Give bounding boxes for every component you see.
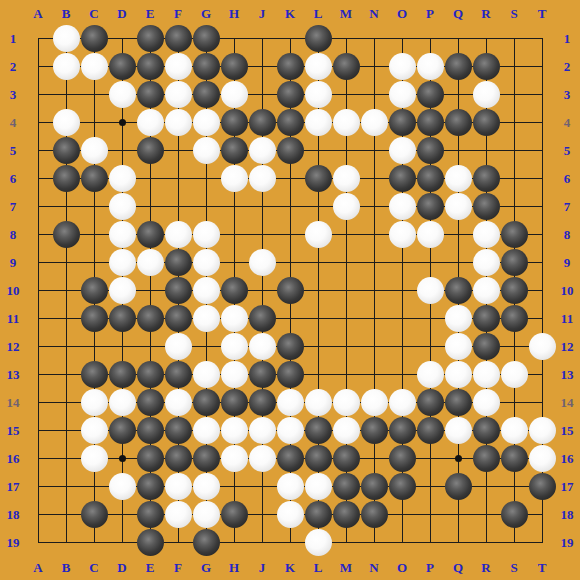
- white-stone-E4[interactable]: [137, 109, 164, 136]
- white-stone-P13[interactable]: [417, 361, 444, 388]
- black-stone-C1[interactable]: [81, 25, 108, 52]
- black-stone-F11[interactable]: [165, 305, 192, 332]
- col-label-top-S: S: [503, 6, 525, 21]
- black-stone-H10[interactable]: [221, 277, 248, 304]
- col-label-bottom-N: N: [363, 560, 385, 575]
- black-stone-J14[interactable]: [249, 389, 276, 416]
- star-point-D4: [119, 119, 126, 126]
- col-label-top-J: J: [251, 6, 273, 21]
- black-stone-E1[interactable]: [137, 25, 164, 52]
- row-label-left-7: 7: [2, 199, 24, 214]
- black-stone-B8[interactable]: [53, 221, 80, 248]
- row-label-left-19: 19: [2, 535, 24, 550]
- black-stone-L1[interactable]: [305, 25, 332, 52]
- row-label-right-13: 13: [556, 367, 578, 382]
- black-stone-H18[interactable]: [221, 501, 248, 528]
- black-stone-Q4[interactable]: [445, 109, 472, 136]
- white-stone-K14[interactable]: [277, 389, 304, 416]
- white-stone-J16[interactable]: [249, 445, 276, 472]
- white-stone-D7[interactable]: [109, 193, 136, 220]
- white-stone-R14[interactable]: [473, 389, 500, 416]
- white-stone-L19[interactable]: [305, 529, 332, 556]
- black-stone-P3[interactable]: [417, 81, 444, 108]
- row-label-left-8: 8: [2, 227, 24, 242]
- black-stone-H14[interactable]: [221, 389, 248, 416]
- white-stone-L3[interactable]: [305, 81, 332, 108]
- col-label-top-O: O: [391, 6, 413, 21]
- white-stone-L2[interactable]: [305, 53, 332, 80]
- col-label-top-B: B: [55, 6, 77, 21]
- black-stone-K3[interactable]: [277, 81, 304, 108]
- black-stone-R2[interactable]: [473, 53, 500, 80]
- black-stone-H2[interactable]: [221, 53, 248, 80]
- col-label-bottom-S: S: [503, 560, 525, 575]
- black-stone-N15[interactable]: [361, 417, 388, 444]
- black-stone-C18[interactable]: [81, 501, 108, 528]
- black-stone-D2[interactable]: [109, 53, 136, 80]
- row-label-right-7: 7: [556, 199, 578, 214]
- white-stone-R9[interactable]: [473, 249, 500, 276]
- white-stone-F4[interactable]: [165, 109, 192, 136]
- black-stone-O4[interactable]: [389, 109, 416, 136]
- row-label-right-15: 15: [556, 423, 578, 438]
- black-stone-S10[interactable]: [501, 277, 528, 304]
- star-point-D16: [119, 455, 126, 462]
- white-stone-P8[interactable]: [417, 221, 444, 248]
- black-stone-E8[interactable]: [137, 221, 164, 248]
- black-stone-E3[interactable]: [137, 81, 164, 108]
- white-stone-B2[interactable]: [53, 53, 80, 80]
- black-stone-R11[interactable]: [473, 305, 500, 332]
- black-stone-O17[interactable]: [389, 473, 416, 500]
- black-stone-R15[interactable]: [473, 417, 500, 444]
- black-stone-K16[interactable]: [277, 445, 304, 472]
- white-stone-C15[interactable]: [81, 417, 108, 444]
- black-stone-M18[interactable]: [333, 501, 360, 528]
- black-stone-F13[interactable]: [165, 361, 192, 388]
- row-label-right-11: 11: [556, 311, 578, 326]
- white-stone-J5[interactable]: [249, 137, 276, 164]
- white-stone-M7[interactable]: [333, 193, 360, 220]
- black-stone-C6[interactable]: [81, 165, 108, 192]
- black-stone-L15[interactable]: [305, 417, 332, 444]
- white-stone-F17[interactable]: [165, 473, 192, 500]
- grid-horizontal-line-19: [38, 542, 543, 543]
- col-label-bottom-G: G: [195, 560, 217, 575]
- col-label-bottom-F: F: [167, 560, 189, 575]
- black-stone-J13[interactable]: [249, 361, 276, 388]
- col-label-bottom-D: D: [111, 560, 133, 575]
- col-label-bottom-J: J: [251, 560, 273, 575]
- col-label-top-Q: Q: [447, 6, 469, 21]
- black-stone-R6[interactable]: [473, 165, 500, 192]
- black-stone-G1[interactable]: [193, 25, 220, 52]
- col-label-bottom-K: K: [279, 560, 301, 575]
- black-stone-K4[interactable]: [277, 109, 304, 136]
- col-label-bottom-E: E: [139, 560, 161, 575]
- row-label-left-15: 15: [2, 423, 24, 438]
- white-stone-C2[interactable]: [81, 53, 108, 80]
- col-label-top-T: T: [531, 6, 553, 21]
- black-stone-J11[interactable]: [249, 305, 276, 332]
- white-stone-H11[interactable]: [221, 305, 248, 332]
- white-stone-L4[interactable]: [305, 109, 332, 136]
- row-label-left-14: 14: [2, 395, 24, 410]
- row-label-left-17: 17: [2, 479, 24, 494]
- white-stone-G8[interactable]: [193, 221, 220, 248]
- white-stone-D10[interactable]: [109, 277, 136, 304]
- white-stone-R10[interactable]: [473, 277, 500, 304]
- black-stone-E14[interactable]: [137, 389, 164, 416]
- black-stone-S9[interactable]: [501, 249, 528, 276]
- black-stone-R4[interactable]: [473, 109, 500, 136]
- row-label-left-10: 10: [2, 283, 24, 298]
- white-stone-O5[interactable]: [389, 137, 416, 164]
- white-stone-L17[interactable]: [305, 473, 332, 500]
- black-stone-S16[interactable]: [501, 445, 528, 472]
- black-stone-S8[interactable]: [501, 221, 528, 248]
- col-label-top-C: C: [83, 6, 105, 21]
- white-stone-E9[interactable]: [137, 249, 164, 276]
- col-label-bottom-Q: Q: [447, 560, 469, 575]
- black-stone-E16[interactable]: [137, 445, 164, 472]
- row-label-right-8: 8: [556, 227, 578, 242]
- row-label-right-14: 14: [556, 395, 578, 410]
- row-label-right-12: 12: [556, 339, 578, 354]
- black-stone-P15[interactable]: [417, 417, 444, 444]
- black-stone-P7[interactable]: [417, 193, 444, 220]
- black-stone-Q14[interactable]: [445, 389, 472, 416]
- white-stone-H3[interactable]: [221, 81, 248, 108]
- white-stone-G11[interactable]: [193, 305, 220, 332]
- col-label-bottom-M: M: [335, 560, 357, 575]
- col-label-top-F: F: [167, 6, 189, 21]
- col-label-bottom-H: H: [223, 560, 245, 575]
- white-stone-G10[interactable]: [193, 277, 220, 304]
- white-stone-D6[interactable]: [109, 165, 136, 192]
- black-stone-K10[interactable]: [277, 277, 304, 304]
- col-label-bottom-A: A: [27, 560, 49, 575]
- white-stone-M15[interactable]: [333, 417, 360, 444]
- white-stone-H6[interactable]: [221, 165, 248, 192]
- black-stone-F15[interactable]: [165, 417, 192, 444]
- white-stone-G13[interactable]: [193, 361, 220, 388]
- black-stone-D11[interactable]: [109, 305, 136, 332]
- white-stone-Q6[interactable]: [445, 165, 472, 192]
- black-stone-R12[interactable]: [473, 333, 500, 360]
- white-stone-O8[interactable]: [389, 221, 416, 248]
- col-label-bottom-R: R: [475, 560, 497, 575]
- row-label-left-3: 3: [2, 87, 24, 102]
- col-label-bottom-O: O: [391, 560, 413, 575]
- col-label-top-N: N: [363, 6, 385, 21]
- col-label-top-P: P: [419, 6, 441, 21]
- black-stone-S11[interactable]: [501, 305, 528, 332]
- black-stone-Q10[interactable]: [445, 277, 472, 304]
- white-stone-T16[interactable]: [529, 445, 556, 472]
- white-stone-M4[interactable]: [333, 109, 360, 136]
- white-stone-R3[interactable]: [473, 81, 500, 108]
- white-stone-M6[interactable]: [333, 165, 360, 192]
- white-stone-G18[interactable]: [193, 501, 220, 528]
- black-stone-C11[interactable]: [81, 305, 108, 332]
- black-stone-T17[interactable]: [529, 473, 556, 500]
- white-stone-L14[interactable]: [305, 389, 332, 416]
- col-label-top-M: M: [335, 6, 357, 21]
- white-stone-F12[interactable]: [165, 333, 192, 360]
- white-stone-K18[interactable]: [277, 501, 304, 528]
- white-stone-B1[interactable]: [53, 25, 80, 52]
- white-stone-D14[interactable]: [109, 389, 136, 416]
- row-label-left-5: 5: [2, 143, 24, 158]
- white-stone-H15[interactable]: [221, 417, 248, 444]
- row-label-right-6: 6: [556, 171, 578, 186]
- col-label-top-G: G: [195, 6, 217, 21]
- black-stone-H5[interactable]: [221, 137, 248, 164]
- white-stone-Q15[interactable]: [445, 417, 472, 444]
- row-label-right-19: 19: [556, 535, 578, 550]
- black-stone-Q2[interactable]: [445, 53, 472, 80]
- white-stone-T15[interactable]: [529, 417, 556, 444]
- col-label-bottom-T: T: [531, 560, 553, 575]
- black-stone-D13[interactable]: [109, 361, 136, 388]
- black-stone-J4[interactable]: [249, 109, 276, 136]
- white-stone-N14[interactable]: [361, 389, 388, 416]
- row-label-right-10: 10: [556, 283, 578, 298]
- col-label-top-R: R: [475, 6, 497, 21]
- white-stone-O2[interactable]: [389, 53, 416, 80]
- black-stone-F9[interactable]: [165, 249, 192, 276]
- black-stone-K12[interactable]: [277, 333, 304, 360]
- black-stone-Q17[interactable]: [445, 473, 472, 500]
- row-label-left-2: 2: [2, 59, 24, 74]
- white-stone-O3[interactable]: [389, 81, 416, 108]
- black-stone-N18[interactable]: [361, 501, 388, 528]
- black-stone-G14[interactable]: [193, 389, 220, 416]
- black-stone-B5[interactable]: [53, 137, 80, 164]
- black-stone-G3[interactable]: [193, 81, 220, 108]
- row-label-right-18: 18: [556, 507, 578, 522]
- white-stone-G9[interactable]: [193, 249, 220, 276]
- black-stone-K13[interactable]: [277, 361, 304, 388]
- row-label-left-11: 11: [2, 311, 24, 326]
- black-stone-K2[interactable]: [277, 53, 304, 80]
- row-label-right-4: 4: [556, 115, 578, 130]
- white-stone-T12[interactable]: [529, 333, 556, 360]
- row-label-left-1: 1: [2, 31, 24, 46]
- black-stone-G2[interactable]: [193, 53, 220, 80]
- row-label-right-2: 2: [556, 59, 578, 74]
- white-stone-Q7[interactable]: [445, 193, 472, 220]
- black-stone-L6[interactable]: [305, 165, 332, 192]
- row-label-left-12: 12: [2, 339, 24, 354]
- row-label-left-4: 4: [2, 115, 24, 130]
- black-stone-E19[interactable]: [137, 529, 164, 556]
- col-label-top-A: A: [27, 6, 49, 21]
- black-stone-O6[interactable]: [389, 165, 416, 192]
- black-stone-F10[interactable]: [165, 277, 192, 304]
- black-stone-E11[interactable]: [137, 305, 164, 332]
- white-stone-S13[interactable]: [501, 361, 528, 388]
- row-label-right-3: 3: [556, 87, 578, 102]
- white-stone-K15[interactable]: [277, 417, 304, 444]
- white-stone-D8[interactable]: [109, 221, 136, 248]
- white-stone-D9[interactable]: [109, 249, 136, 276]
- white-stone-Q11[interactable]: [445, 305, 472, 332]
- black-stone-H4[interactable]: [221, 109, 248, 136]
- white-stone-C5[interactable]: [81, 137, 108, 164]
- white-stone-R13[interactable]: [473, 361, 500, 388]
- white-stone-J15[interactable]: [249, 417, 276, 444]
- row-label-right-16: 16: [556, 451, 578, 466]
- star-point-Q16: [455, 455, 462, 462]
- black-stone-M16[interactable]: [333, 445, 360, 472]
- white-stone-R8[interactable]: [473, 221, 500, 248]
- black-stone-R16[interactable]: [473, 445, 500, 472]
- col-label-bottom-L: L: [307, 560, 329, 575]
- white-stone-Q13[interactable]: [445, 361, 472, 388]
- col-label-top-H: H: [223, 6, 245, 21]
- white-stone-G15[interactable]: [193, 417, 220, 444]
- white-stone-H16[interactable]: [221, 445, 248, 472]
- col-label-top-D: D: [111, 6, 133, 21]
- white-stone-Q12[interactable]: [445, 333, 472, 360]
- white-stone-M14[interactable]: [333, 389, 360, 416]
- row-label-left-18: 18: [2, 507, 24, 522]
- black-stone-S18[interactable]: [501, 501, 528, 528]
- white-stone-J12[interactable]: [249, 333, 276, 360]
- row-label-right-17: 17: [556, 479, 578, 494]
- white-stone-H13[interactable]: [221, 361, 248, 388]
- black-stone-O15[interactable]: [389, 417, 416, 444]
- black-stone-F16[interactable]: [165, 445, 192, 472]
- white-stone-C14[interactable]: [81, 389, 108, 416]
- go-board[interactable]: AA11BB22CC33DD44EE55FF66GG77HH88JJ99KK10…: [0, 0, 580, 580]
- black-stone-G16[interactable]: [193, 445, 220, 472]
- white-stone-F3[interactable]: [165, 81, 192, 108]
- col-label-bottom-C: C: [83, 560, 105, 575]
- row-label-left-13: 13: [2, 367, 24, 382]
- col-label-bottom-B: B: [55, 560, 77, 575]
- black-stone-P6[interactable]: [417, 165, 444, 192]
- col-label-top-K: K: [279, 6, 301, 21]
- black-stone-E5[interactable]: [137, 137, 164, 164]
- white-stone-G5[interactable]: [193, 137, 220, 164]
- black-stone-E2[interactable]: [137, 53, 164, 80]
- black-stone-K5[interactable]: [277, 137, 304, 164]
- black-stone-L16[interactable]: [305, 445, 332, 472]
- black-stone-E15[interactable]: [137, 417, 164, 444]
- white-stone-D3[interactable]: [109, 81, 136, 108]
- black-stone-D15[interactable]: [109, 417, 136, 444]
- white-stone-O14[interactable]: [389, 389, 416, 416]
- row-label-right-9: 9: [556, 255, 578, 270]
- white-stone-K17[interactable]: [277, 473, 304, 500]
- col-label-top-L: L: [307, 6, 329, 21]
- row-label-left-6: 6: [2, 171, 24, 186]
- white-stone-H12[interactable]: [221, 333, 248, 360]
- black-stone-C10[interactable]: [81, 277, 108, 304]
- row-label-left-16: 16: [2, 451, 24, 466]
- white-stone-G17[interactable]: [193, 473, 220, 500]
- black-stone-M2[interactable]: [333, 53, 360, 80]
- white-stone-P2[interactable]: [417, 53, 444, 80]
- white-stone-F2[interactable]: [165, 53, 192, 80]
- white-stone-B4[interactable]: [53, 109, 80, 136]
- row-label-left-9: 9: [2, 255, 24, 270]
- white-stone-O7[interactable]: [389, 193, 416, 220]
- white-stone-L8[interactable]: [305, 221, 332, 248]
- black-stone-M17[interactable]: [333, 473, 360, 500]
- white-stone-F8[interactable]: [165, 221, 192, 248]
- white-stone-J9[interactable]: [249, 249, 276, 276]
- white-stone-N4[interactable]: [361, 109, 388, 136]
- black-stone-E13[interactable]: [137, 361, 164, 388]
- black-stone-N17[interactable]: [361, 473, 388, 500]
- black-stone-C13[interactable]: [81, 361, 108, 388]
- row-label-right-1: 1: [556, 31, 578, 46]
- white-stone-G4[interactable]: [193, 109, 220, 136]
- white-stone-C16[interactable]: [81, 445, 108, 472]
- col-label-bottom-P: P: [419, 560, 441, 575]
- black-stone-P4[interactable]: [417, 109, 444, 136]
- white-stone-P10[interactable]: [417, 277, 444, 304]
- row-label-right-5: 5: [556, 143, 578, 158]
- black-stone-E18[interactable]: [137, 501, 164, 528]
- black-stone-P5[interactable]: [417, 137, 444, 164]
- black-stone-R7[interactable]: [473, 193, 500, 220]
- white-stone-F18[interactable]: [165, 501, 192, 528]
- black-stone-F1[interactable]: [165, 25, 192, 52]
- black-stone-O16[interactable]: [389, 445, 416, 472]
- black-stone-P14[interactable]: [417, 389, 444, 416]
- white-stone-F14[interactable]: [165, 389, 192, 416]
- col-label-top-E: E: [139, 6, 161, 21]
- white-stone-J6[interactable]: [249, 165, 276, 192]
- black-stone-L18[interactable]: [305, 501, 332, 528]
- black-stone-E17[interactable]: [137, 473, 164, 500]
- black-stone-B6[interactable]: [53, 165, 80, 192]
- white-stone-D17[interactable]: [109, 473, 136, 500]
- white-stone-S15[interactable]: [501, 417, 528, 444]
- black-stone-G19[interactable]: [193, 529, 220, 556]
